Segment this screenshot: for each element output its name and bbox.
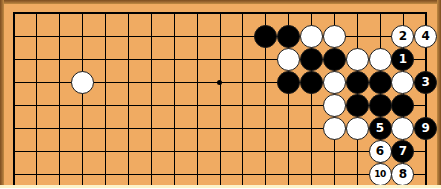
board-edge-top (0, 0, 441, 4)
stone-P15 (323, 94, 346, 117)
stone-R15 (369, 94, 392, 117)
move-number-label: 5 (376, 122, 384, 134)
stone-Q17 (346, 48, 369, 71)
stone-R17 (369, 48, 392, 71)
stone-Q14 (346, 117, 369, 140)
stone-S15 (391, 94, 414, 117)
stone-O17 (300, 48, 323, 71)
stone-Q16 (346, 71, 369, 94)
stone-O16 (300, 71, 323, 94)
go-board-diagram: 24135967108 (0, 0, 441, 188)
stone-O18 (300, 25, 323, 48)
stone-T16: 3 (414, 71, 437, 94)
move-number-label: 3 (422, 76, 430, 88)
stone-S16 (391, 71, 414, 94)
stone-R14: 5 (369, 117, 392, 140)
move-number-label: 2 (399, 30, 407, 42)
stone-S14 (391, 117, 414, 140)
move-number-label: 1 (399, 53, 407, 65)
stone-Q15 (346, 94, 369, 117)
board-edge-left (0, 0, 4, 188)
stone-P18 (323, 25, 346, 48)
stone-P14 (323, 117, 346, 140)
stone-T14: 9 (414, 117, 437, 140)
stone-M18 (254, 25, 277, 48)
stone-S12: 8 (391, 163, 414, 186)
stone-T18: 4 (414, 25, 437, 48)
stone-S18: 2 (391, 25, 414, 48)
stone-R13: 6 (369, 140, 392, 163)
stone-S17: 1 (391, 48, 414, 71)
board-edge-right (437, 0, 441, 188)
board-edge-bottom (0, 185, 441, 188)
stones-layer: 24135967108 (3, 2, 438, 189)
move-number-label: 6 (376, 145, 384, 157)
move-number-label: 10 (374, 169, 386, 178)
stone-N17 (277, 48, 300, 71)
star-point-K16 (217, 80, 222, 85)
stone-S13: 7 (391, 140, 414, 163)
stone-N18 (277, 25, 300, 48)
stone-P17 (323, 48, 346, 71)
stone-R16 (369, 71, 392, 94)
move-number-label: 7 (399, 145, 407, 157)
move-number-label: 9 (422, 122, 430, 134)
stone-R12: 10 (369, 163, 392, 186)
stone-D16 (71, 71, 94, 94)
stone-P16 (323, 71, 346, 94)
stone-N16 (277, 71, 300, 94)
move-number-label: 4 (422, 30, 430, 42)
move-number-label: 8 (399, 168, 407, 180)
